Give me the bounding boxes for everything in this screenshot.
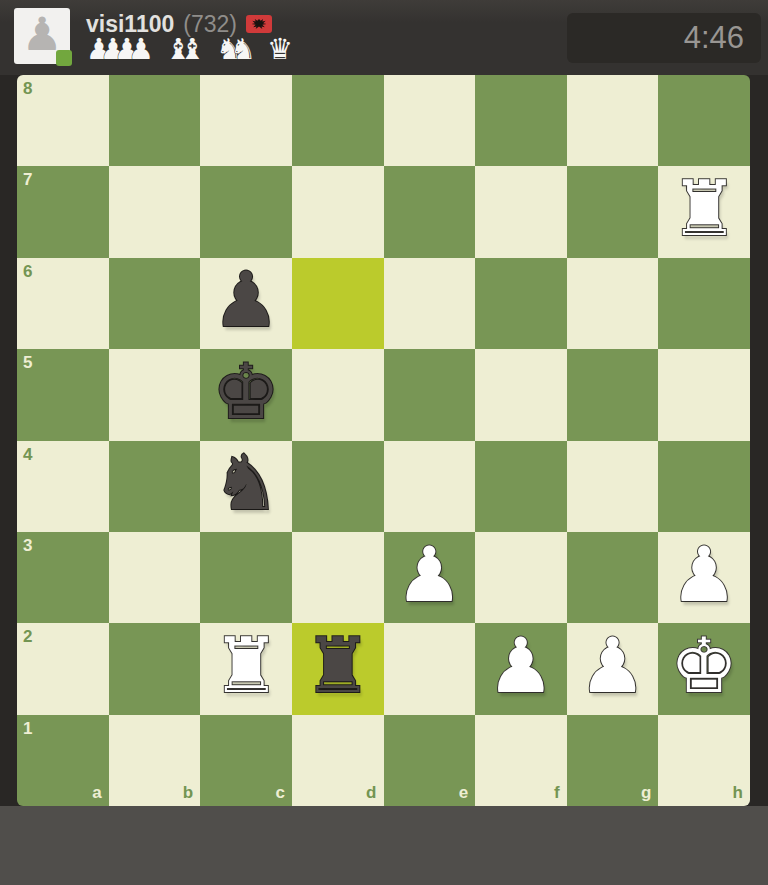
black-rook[interactable]: ♜	[304, 628, 372, 704]
square-d6[interactable]	[292, 258, 384, 349]
square-f3[interactable]	[475, 532, 567, 623]
square-f8[interactable]	[475, 75, 567, 166]
rank-label-1: 1	[23, 720, 32, 737]
square-c5[interactable]: ♚	[200, 349, 292, 440]
square-h7[interactable]: ♜	[658, 166, 750, 257]
captured-pawn-icon: ♟	[128, 34, 154, 64]
square-c2[interactable]: ♜	[200, 623, 292, 714]
file-label-b: b	[183, 784, 193, 801]
board-section: 87♜6♟5♚4♞3♟♟2♜♜♟♟♚1abcdefgh	[0, 75, 768, 806]
captured-knight-group: ♞♞	[216, 34, 256, 64]
square-e2[interactable]	[384, 623, 476, 714]
captured-queen-icon: ♛	[267, 34, 293, 64]
white-pawn[interactable]: ♟	[670, 537, 738, 613]
square-c8[interactable]	[200, 75, 292, 166]
square-b6[interactable]	[109, 258, 201, 349]
square-e8[interactable]	[384, 75, 476, 166]
square-g1[interactable]: g	[567, 715, 659, 806]
square-e6[interactable]	[384, 258, 476, 349]
square-b4[interactable]	[109, 441, 201, 532]
captured-bishop-icon: ♝	[179, 34, 205, 64]
square-d4[interactable]	[292, 441, 384, 532]
square-e3[interactable]: ♟	[384, 532, 476, 623]
file-label-a: a	[92, 784, 101, 801]
square-f4[interactable]	[475, 441, 567, 532]
square-d1[interactable]: d	[292, 715, 384, 806]
white-king[interactable]: ♚	[670, 628, 738, 704]
square-g5[interactable]	[567, 349, 659, 440]
file-label-g: g	[641, 784, 651, 801]
square-e5[interactable]	[384, 349, 476, 440]
square-g8[interactable]	[567, 75, 659, 166]
square-f5[interactable]	[475, 349, 567, 440]
square-a5[interactable]: 5	[17, 349, 109, 440]
square-f7[interactable]	[475, 166, 567, 257]
square-a8[interactable]: 8	[17, 75, 109, 166]
rank-label-2: 2	[23, 628, 32, 645]
square-b2[interactable]	[109, 623, 201, 714]
square-g3[interactable]	[567, 532, 659, 623]
square-a1[interactable]: 1a	[17, 715, 109, 806]
square-a3[interactable]: 3	[17, 532, 109, 623]
square-b3[interactable]	[109, 532, 201, 623]
file-label-d: d	[366, 784, 376, 801]
square-g6[interactable]	[567, 258, 659, 349]
albania-flag-icon	[246, 15, 272, 33]
rank-label-4: 4	[23, 446, 32, 463]
square-d7[interactable]	[292, 166, 384, 257]
square-g7[interactable]	[567, 166, 659, 257]
square-e7[interactable]	[384, 166, 476, 257]
white-pawn[interactable]: ♟	[395, 537, 463, 613]
square-d3[interactable]	[292, 532, 384, 623]
square-d5[interactable]	[292, 349, 384, 440]
square-c1[interactable]: c	[200, 715, 292, 806]
square-c7[interactable]	[200, 166, 292, 257]
square-d2[interactable]: ♜	[292, 623, 384, 714]
rank-label-7: 7	[23, 171, 32, 188]
file-label-h: h	[733, 784, 743, 801]
square-g4[interactable]	[567, 441, 659, 532]
top-player-captured-pieces: ♟♟♟♟♝♝♞♞♛	[86, 34, 304, 64]
square-c4[interactable]: ♞	[200, 441, 292, 532]
captured-queen-group: ♛	[267, 34, 293, 64]
file-label-f: f	[554, 784, 560, 801]
square-a2[interactable]: 2	[17, 623, 109, 714]
rank-label-3: 3	[23, 537, 32, 554]
black-pawn[interactable]: ♟	[212, 262, 280, 338]
captured-pawn-group: ♟♟♟♟	[86, 34, 154, 64]
square-f2[interactable]: ♟	[475, 623, 567, 714]
square-b5[interactable]	[109, 349, 201, 440]
square-h2[interactable]: ♚	[658, 623, 750, 714]
square-b1[interactable]: b	[109, 715, 201, 806]
top-player-clock: 4:46	[567, 13, 761, 63]
bottom-player-bar: satriotomo ♟♟♟♟♟♟♟♝♝♞♜♛+5 0:00	[0, 806, 768, 885]
square-d8[interactable]	[292, 75, 384, 166]
square-b7[interactable]	[109, 166, 201, 257]
square-g2[interactable]: ♟	[567, 623, 659, 714]
square-h5[interactable]	[658, 349, 750, 440]
top-clock-time: 4:46	[684, 20, 744, 56]
square-e4[interactable]	[384, 441, 476, 532]
rank-label-8: 8	[23, 80, 32, 97]
top-player-bar: ♟ visi1100 (732) ♟♟♟♟♝♝♞♞♛ 4:46	[0, 0, 768, 75]
white-rook[interactable]: ♜	[670, 171, 738, 247]
square-e1[interactable]: e	[384, 715, 476, 806]
file-label-e: e	[459, 784, 468, 801]
top-player-avatar[interactable]: ♟	[14, 8, 70, 64]
square-a6[interactable]: 6	[17, 258, 109, 349]
black-knight[interactable]: ♞	[212, 445, 280, 521]
white-pawn[interactable]: ♟	[487, 628, 555, 704]
square-h4[interactable]	[658, 441, 750, 532]
white-rook[interactable]: ♜	[212, 628, 280, 704]
black-king[interactable]: ♚	[212, 354, 280, 430]
online-indicator	[56, 50, 72, 66]
square-c6[interactable]: ♟	[200, 258, 292, 349]
square-h3[interactable]: ♟	[658, 532, 750, 623]
rank-label-6: 6	[23, 263, 32, 280]
square-c3[interactable]	[200, 532, 292, 623]
white-pawn[interactable]: ♟	[578, 628, 646, 704]
square-h8[interactable]	[658, 75, 750, 166]
square-h6[interactable]	[658, 258, 750, 349]
square-a4[interactable]: 4	[17, 441, 109, 532]
captured-bishop-group: ♝♝	[165, 34, 205, 64]
board[interactable]: 87♜6♟5♚4♞3♟♟2♜♜♟♟♚1abcdefgh	[17, 75, 750, 806]
captured-knight-icon: ♞	[230, 34, 256, 64]
square-a7[interactable]: 7	[17, 166, 109, 257]
file-label-c: c	[275, 784, 284, 801]
square-h1[interactable]: h	[658, 715, 750, 806]
square-f1[interactable]: f	[475, 715, 567, 806]
rank-label-5: 5	[23, 354, 32, 371]
square-b8[interactable]	[109, 75, 201, 166]
square-f6[interactable]	[475, 258, 567, 349]
